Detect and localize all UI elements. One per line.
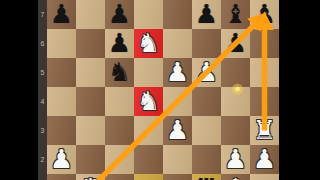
square-e1[interactable] [163, 174, 192, 180]
black-rook-icon[interactable]: ♜ [195, 174, 218, 180]
square-a3[interactable] [47, 116, 76, 145]
square-e5[interactable]: ♟ [163, 58, 192, 87]
square-b6[interactable] [76, 29, 105, 58]
square-f5[interactable]: ♟ [192, 58, 221, 87]
square-e3[interactable]: ♟ [163, 116, 192, 145]
square-c2[interactable] [105, 145, 134, 174]
white-pawn-icon[interactable]: ♟ [166, 58, 189, 87]
square-c5[interactable]: ♞ [105, 58, 134, 87]
black-pawn-icon[interactable]: ♟ [108, 0, 131, 29]
square-h4[interactable] [250, 87, 279, 116]
white-pawn-icon[interactable]: ♟ [195, 58, 218, 87]
square-d2[interactable] [134, 145, 163, 174]
square-h2[interactable]: ♟ [250, 145, 279, 174]
black-pawn-icon[interactable]: ♟ [108, 29, 131, 58]
square-d6[interactable]: ♞ [134, 29, 163, 58]
rank-label-7: 7 [38, 0, 47, 29]
square-d1[interactable] [134, 174, 163, 180]
square-g3[interactable] [221, 116, 250, 145]
square-b3[interactable] [76, 116, 105, 145]
black-pawn-icon[interactable]: ♟ [50, 0, 73, 29]
square-b5[interactable] [76, 58, 105, 87]
white-knight-icon[interactable]: ♞ [137, 87, 160, 116]
black-pawn-icon[interactable]: ♟ [253, 0, 276, 29]
square-b2[interactable] [76, 145, 105, 174]
square-f7[interactable]: ♟ [192, 0, 221, 29]
square-g6[interactable]: ♟ [221, 29, 250, 58]
white-pawn-icon[interactable]: ♟ [166, 116, 189, 145]
chess-app-screen: 7654321 ♟♟♟♝♟♟♞♟♞♟♟♞♟♜♟♟♟♛♜♚ [0, 0, 320, 180]
rank-label-6: 6 [38, 29, 47, 58]
black-pawn-icon[interactable]: ♟ [195, 0, 218, 29]
square-c3[interactable] [105, 116, 134, 145]
square-h1[interactable] [250, 174, 279, 180]
rank-label-4: 4 [38, 87, 47, 116]
square-e4[interactable] [163, 87, 192, 116]
square-c1[interactable] [105, 174, 134, 180]
square-f3[interactable] [192, 116, 221, 145]
square-h7[interactable]: ♟ [250, 0, 279, 29]
black-pawn-icon[interactable]: ♟ [224, 29, 247, 58]
square-e6[interactable] [163, 29, 192, 58]
white-queen-icon[interactable]: ♛ [79, 174, 102, 180]
white-pawn-icon[interactable]: ♟ [50, 145, 73, 174]
white-king-icon[interactable]: ♚ [224, 174, 247, 180]
square-b4[interactable] [76, 87, 105, 116]
black-bishop-icon[interactable]: ♝ [224, 0, 247, 29]
square-c6[interactable]: ♟ [105, 29, 134, 58]
square-g5[interactable] [221, 58, 250, 87]
square-a5[interactable] [47, 58, 76, 87]
square-d5[interactable] [134, 58, 163, 87]
square-c7[interactable]: ♟ [105, 0, 134, 29]
white-pawn-icon[interactable]: ♟ [253, 145, 276, 174]
square-a7[interactable]: ♟ [47, 0, 76, 29]
square-h6[interactable] [250, 29, 279, 58]
chess-board[interactable]: ♟♟♟♝♟♟♞♟♞♟♟♞♟♜♟♟♟♛♜♚ [47, 0, 279, 180]
square-f4[interactable] [192, 87, 221, 116]
square-h5[interactable] [250, 58, 279, 87]
square-d4[interactable]: ♞ [134, 87, 163, 116]
square-b1[interactable]: ♛ [76, 174, 105, 180]
square-a1[interactable] [47, 174, 76, 180]
square-e7[interactable] [163, 0, 192, 29]
rank-label-3: 3 [38, 116, 47, 145]
rank-label-2: 2 [38, 145, 47, 174]
square-a6[interactable] [47, 29, 76, 58]
square-a2[interactable]: ♟ [47, 145, 76, 174]
square-f2[interactable] [192, 145, 221, 174]
square-a4[interactable] [47, 87, 76, 116]
square-d7[interactable] [134, 0, 163, 29]
square-g7[interactable]: ♝ [221, 0, 250, 29]
square-f1[interactable]: ♜ [192, 174, 221, 180]
square-h3[interactable]: ♜ [250, 116, 279, 145]
rank-coordinate-gutter: 7654321 [38, 0, 47, 180]
rank-label-5: 5 [38, 58, 47, 87]
rank-label-1: 1 [38, 174, 47, 180]
black-knight-icon[interactable]: ♞ [108, 58, 131, 87]
white-pawn-icon[interactable]: ♟ [224, 145, 247, 174]
white-knight-icon[interactable]: ♞ [137, 29, 160, 58]
square-b7[interactable] [76, 0, 105, 29]
square-g4[interactable] [221, 87, 250, 116]
square-d3[interactable] [134, 116, 163, 145]
square-e2[interactable] [163, 145, 192, 174]
square-c4[interactable] [105, 87, 134, 116]
white-rook-icon[interactable]: ♜ [253, 116, 276, 145]
square-g1[interactable]: ♚ [221, 174, 250, 180]
square-f6[interactable] [192, 29, 221, 58]
square-g2[interactable]: ♟ [221, 145, 250, 174]
